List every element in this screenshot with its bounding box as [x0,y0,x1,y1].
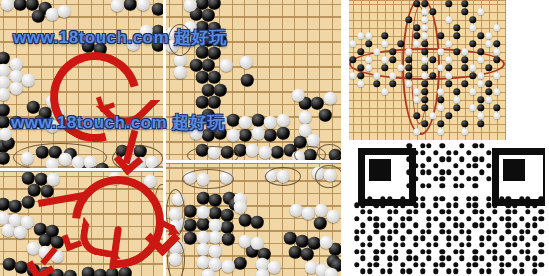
qr-dot [400,262,405,267]
qr-dot [426,229,431,234]
go-stone-white [327,210,340,223]
go-stone-black [277,127,290,140]
qr-dot [539,229,544,234]
qr-dot [519,262,524,267]
qr-dot [374,216,379,221]
qr-dot [539,262,544,267]
qr-dot [440,255,445,260]
qr-dot [446,203,451,208]
go-stone-black [190,59,203,72]
qr-dot [532,269,537,274]
mini-go-stone-black [493,104,500,111]
qr-dot [433,269,438,274]
qr-dot [492,255,497,260]
qr-dot [539,209,544,214]
qr-dot [407,229,412,234]
go-stone-white [47,173,60,186]
qr-dot [446,216,451,221]
mini-go-stone-black [381,32,388,39]
qr-dot [492,203,497,208]
mini-go-stone-white [461,128,468,135]
go-stone-black [202,9,215,22]
go-stone-white [1,0,14,10]
qr-dot [387,216,392,221]
qr-dot [433,242,438,247]
qr-dot [532,222,537,227]
qr-dot [413,163,418,168]
qr-dot [360,209,365,214]
qr-dot [486,203,491,208]
qr-dot [486,229,491,234]
go-stone-white [202,269,215,276]
qr-dot [479,143,484,148]
go-stone-black [14,0,27,10]
qr-dot [380,269,385,274]
go-stone-white [197,243,210,256]
qr-dot [473,176,478,181]
qr-dot [532,236,537,241]
qr-dot [492,229,497,234]
mini-go-stone-black [453,104,460,111]
qr-dot [354,236,359,241]
go-stone-black [208,96,221,109]
qr-dot [532,262,537,267]
mini-go-stone-white [485,96,492,103]
qr-dot [453,196,458,201]
qr-dot [367,242,372,247]
qr-dot [512,255,517,260]
go-stone-white [14,226,27,239]
mini-go-stone-white [357,32,364,39]
mini-go-stone-white [469,24,476,31]
mini-go-stone-black [485,80,492,87]
qr-dot [486,269,491,274]
qr-dot [400,242,405,247]
qr-dot [354,229,359,234]
mini-go-stone-black [445,112,452,119]
mini-go-stone-white [445,40,452,47]
go-stone-white [10,82,23,95]
mini-go-stone-black [493,40,500,47]
qr-dot [506,242,511,247]
go-stone-white [0,88,9,101]
mini-go-stone-white [373,72,380,79]
qr-dot [459,249,464,254]
go-stone-black [202,84,215,97]
qr-dot [506,203,511,208]
qr-dot [407,269,412,274]
qr-dot [525,203,530,208]
qr-dot [492,249,497,254]
qr-dot [420,262,425,267]
qr-dot [354,262,359,267]
go-stone-white [209,245,222,258]
go-stone-black [214,84,227,97]
mini-go-stone-white [493,48,500,55]
watermark-text: www.18touch.com 超好玩 [13,26,227,49]
qr-dot [506,249,511,254]
qr-dot [453,216,458,221]
qr-dot [413,176,418,181]
go-stone-white [246,144,259,157]
qr-dot [446,156,451,161]
mini-go-stone-white [445,16,452,23]
go-stone-white [299,111,312,124]
group-marker-oval [315,165,341,188]
qr-dot [400,222,405,227]
go-stone-black [271,146,284,159]
watermark-text: www.18touch.com 超好玩 [11,111,225,134]
qr-dot [400,216,405,221]
go-stone-white [292,89,305,102]
qr-dot [393,242,398,247]
go-stone-black [0,52,9,65]
go-board-panel-top-right [166,0,341,160]
go-stone-black [319,109,332,122]
qr-dot [440,249,445,254]
qr-dot [360,203,365,208]
go-stone-white [325,268,338,276]
qr-dot [380,203,385,208]
qr-dot [440,143,445,148]
qr-dot [473,183,478,188]
go-stone-black [41,185,54,198]
qr-dot [426,255,431,260]
go-stone-white [252,127,265,140]
go-stone-black [239,214,252,227]
qr-dot [433,150,438,155]
qr-dot [466,236,471,241]
qr-dot [393,229,398,234]
go-stone-black [196,71,209,84]
mini-go-stone-white [485,32,492,39]
qr-code [353,142,545,276]
qr-dot [453,183,458,188]
go-stone-black [124,0,137,10]
go-stone-black [221,209,234,222]
group-marker-oval [187,146,239,160]
mini-go-stone-black [469,16,476,23]
qr-dot [459,143,464,148]
qr-dot [506,222,511,227]
go-stone-black [289,246,302,259]
go-stone-white [137,0,150,10]
mini-go-stone-black [445,80,452,87]
qr-dot [420,143,425,148]
mini-go-stone-white [453,96,460,103]
qr-dot [393,203,398,208]
qr-dot [525,242,530,247]
go-stone-black [152,3,163,16]
qr-dot [440,229,445,234]
qr-dot [420,249,425,254]
qr-dot [539,216,544,221]
go-collage-stage: www.18touch.com 超好玩 www.18touch.com 超好玩 [0,0,549,276]
group-marker-oval [265,167,301,186]
qr-dot [479,156,484,161]
qr-dot [479,242,484,247]
mini-go-stone-white [349,72,356,79]
mini-go-stone-white [469,88,476,95]
qr-dot [479,216,484,221]
qr-dot [433,163,438,168]
qr-dot [479,170,484,175]
qr-dot [354,203,359,208]
go-stone-white [0,76,9,89]
qr-dot [426,156,431,161]
mini-go-stone-black [477,32,484,39]
qr-dot [446,269,451,274]
go-stone-black [221,221,234,234]
qr-dot [400,269,405,274]
mini-go-stone-black [477,96,484,103]
go-stone-black [227,114,240,127]
go-stone-white [58,5,71,18]
qr-dot [473,222,478,227]
qr-dot [374,255,379,260]
qr-dot [525,209,530,214]
qr-dot [466,242,471,247]
go-stone-black [94,269,107,276]
qr-dot [479,209,484,214]
qr-dot [479,269,484,274]
go-stone-white [234,201,247,214]
qr-dot [413,255,418,260]
qr-dot [446,236,451,241]
go-stone-black [28,184,41,197]
qr-dot [499,262,504,267]
qr-dot [367,269,372,274]
go-stone-white [209,231,222,244]
mini-go-stone-white [437,128,444,135]
go-stone-black [184,232,197,245]
qr-dot [367,262,372,267]
qr-dot [519,249,524,254]
qr-dot [413,150,418,155]
go-stone-black [234,257,247,270]
qr-dot [466,216,471,221]
qr-dot [393,249,398,254]
qr-dot [426,170,431,175]
go-stone-black [0,104,9,117]
go-stone-black [0,116,9,129]
qr-dot [492,209,497,214]
qr-dot [360,222,365,227]
mini-go-stone-black [365,40,372,47]
qr-dot [459,222,464,227]
qr-dot [492,222,497,227]
mini-go-stone-white [477,8,484,15]
group-marker-oval [182,169,234,189]
qr-dot [433,196,438,201]
qr-dot [525,229,530,234]
qr-dot [420,269,425,274]
qr-dot [360,249,365,254]
go-stone-black [252,114,265,127]
go-stone-white [197,256,210,269]
qr-dot [459,255,464,260]
qr-dot [433,203,438,208]
go-stone-black [239,129,252,142]
qr-dot [466,203,471,208]
qr-dot [499,255,504,260]
mini-go-stone-black [477,120,484,127]
qr-dot [413,222,418,227]
mini-go-stone-white [485,40,492,47]
go-stone-black [208,71,221,84]
qr-dot [440,222,445,227]
go-stone-white [239,116,252,129]
qr-dot [479,222,484,227]
qr-dot [360,255,365,260]
mini-go-stone-white [493,88,500,95]
qr-dot [506,216,511,221]
go-stone-white [220,59,233,72]
qr-dot [453,236,458,241]
group-marker-oval [13,143,107,168]
qr-dot [473,249,478,254]
qr-dot [393,222,398,227]
qr-dot [466,262,471,267]
qr-dot [486,163,491,168]
qr-dot [400,236,405,241]
qr-dot [459,183,464,188]
qr-dot [426,242,431,247]
qr-dot [453,262,458,267]
qr-dot [473,196,478,201]
qr-dot [387,262,392,267]
qr-dot [479,236,484,241]
qr-dot [420,229,425,234]
qr-dot [453,176,458,181]
mini-go-stone-white [477,72,484,79]
qr-dot [380,242,385,247]
qr-dot [539,249,544,254]
go-stone-white [197,206,210,219]
go-stone-white [10,58,23,71]
qr-dot [499,216,504,221]
go-stone-white [0,64,9,77]
mini-go-stone-black [373,80,380,87]
qr-dot [407,209,412,214]
mini-go-stone-black [461,8,468,15]
go-stone-black [184,205,197,218]
go-stone-white [307,134,320,147]
go-stone-black [197,192,210,205]
go-stone-white [239,235,252,248]
go-stone-black [202,59,215,72]
mini-go-stone-black [453,88,460,95]
go-stone-white [256,269,269,276]
qr-dot [459,242,464,247]
qr-dot [492,242,497,247]
qr-dot [440,170,445,175]
mini-go-stone-white [477,80,484,87]
mini-go-stone-white [469,104,476,111]
qr-dot [479,255,484,260]
go-stone-black [301,248,314,261]
mini-go-stone-white [437,88,444,95]
qr-dot [512,209,517,214]
qr-dot [466,150,471,155]
go-stone-black [311,97,324,110]
qr-dot [519,216,524,221]
qr-dot [453,150,458,155]
qr-dot [499,269,504,274]
qr-dot [453,249,458,254]
qr-dot [374,229,379,234]
qr-dot [446,209,451,214]
qr-dot [473,163,478,168]
mini-go-stone-black [477,104,484,111]
mini-go-stone-black [469,72,476,79]
qr-dot [486,176,491,181]
qr-dot [519,269,524,274]
qr-dot [512,269,517,274]
mini-go-stone-white [349,40,356,47]
qr-dot [426,216,431,221]
qr-dot [420,163,425,168]
qr-dot [413,203,418,208]
qr-dot [506,262,511,267]
go-stone-white [174,66,187,79]
qr-dot [380,236,385,241]
qr-dot [387,236,392,241]
go-stone-white [240,56,253,69]
go-stone-black [3,258,16,271]
qr-dot [387,209,392,214]
mini-go-stone-white [493,112,500,119]
go-stone-white [251,237,264,250]
qr-dot [420,236,425,241]
go-stone-white [268,261,281,274]
qr-dot [420,183,425,188]
qr-dot [360,229,365,234]
qr-dot [453,269,458,274]
qr-dot [420,170,425,175]
qr-dot [446,170,451,175]
go-stone-white [2,224,15,237]
go-stone-black [251,216,264,229]
go-stone-white [324,92,337,105]
go-stone-black [82,267,95,276]
qr-dot [446,255,451,260]
qr-dot [519,229,524,234]
qr-dot [387,255,392,260]
go-stone-black [39,234,52,247]
qr-dot [519,236,524,241]
qr-dot [473,203,478,208]
mini-go-stone-white [437,104,444,111]
go-stone-white [277,114,290,127]
qr-dot [387,229,392,234]
mini-go-stone-black [469,40,476,47]
go-stone-white [209,219,222,232]
go-stone-white [10,70,23,83]
qr-dot [512,222,517,227]
mini-go-stone-black [461,80,468,87]
mini-go-stone-white [381,40,388,47]
qr-dot [374,203,379,208]
qr-dot [539,242,544,247]
qr-dot [532,255,537,260]
qr-dot [473,262,478,267]
go-stone-black [22,196,35,209]
qr-dot [486,216,491,221]
go-stone-black [0,152,9,165]
go-board-panel-bottom-right [166,163,341,276]
qr-dot [466,196,471,201]
